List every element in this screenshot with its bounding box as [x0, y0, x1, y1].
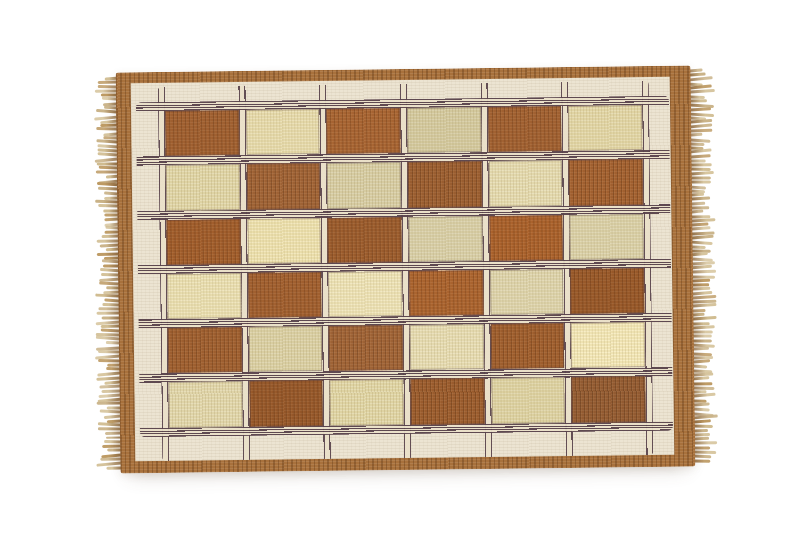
board-square: [167, 273, 241, 319]
fringe-strand: [98, 307, 120, 310]
fringe-strand: [690, 218, 715, 222]
board-square: [569, 159, 643, 205]
fringe-strand: [692, 335, 712, 338]
fringe-strand: [692, 365, 707, 369]
fringe-strand: [95, 200, 119, 203]
board-square: [410, 379, 484, 425]
board-square: [408, 216, 482, 262]
fringe-strand: [98, 152, 119, 156]
fringe-strand: [690, 159, 706, 162]
fringe-strand: [100, 458, 122, 461]
fringe-strand: [688, 68, 702, 72]
board-square: [410, 324, 484, 370]
fringe-strand: [691, 264, 712, 268]
product-photo: [0, 0, 800, 533]
board-square: [328, 271, 402, 317]
fringe-strand: [96, 139, 118, 143]
fringe-strand: [689, 123, 712, 128]
rug-field: [131, 77, 675, 462]
fringe-strand: [98, 422, 122, 426]
fringe-strand: [690, 227, 710, 231]
board-square: [329, 325, 403, 371]
fringe-strand: [692, 372, 713, 376]
fringe-strand: [692, 352, 712, 355]
fringe-strand: [692, 393, 715, 397]
board-square: [326, 108, 400, 154]
fringe-strand: [691, 309, 705, 312]
fringe-strand: [693, 419, 711, 423]
fringe-strand: [690, 181, 711, 184]
fringe-strand: [689, 129, 712, 132]
fringe-strand: [689, 149, 711, 154]
fringe-strand: [689, 95, 705, 98]
fringe-strand: [692, 376, 709, 380]
fringe-strand: [99, 281, 120, 285]
board-square: [248, 272, 322, 318]
board-square: [491, 378, 565, 424]
fringe-strand: [693, 408, 710, 412]
fringe-strand: [690, 197, 710, 201]
fringe-strand: [99, 409, 121, 413]
fringe-strand: [97, 252, 120, 255]
fringe-strand: [689, 76, 713, 81]
fringe-strand: [690, 163, 712, 166]
fringe-strand: [96, 162, 118, 165]
fringe-strand: [690, 154, 711, 158]
board-square: [248, 326, 322, 372]
board-square: [249, 381, 323, 427]
board-square: [328, 217, 402, 263]
board-square: [409, 270, 483, 316]
plaid-pattern: [136, 81, 674, 461]
fringe-strand: [691, 287, 710, 290]
fringe-strand: [692, 347, 709, 350]
fringe-strand: [693, 459, 710, 462]
board-square: [489, 215, 563, 261]
fringe-strand: [691, 270, 716, 273]
board-square: [168, 381, 242, 427]
fringe-strand: [98, 350, 121, 353]
fringe-strand: [692, 356, 713, 359]
fringe-strand: [95, 89, 118, 92]
fringe-strand: [693, 402, 710, 406]
fringe-strand: [96, 109, 118, 113]
fringe-strand: [97, 144, 119, 148]
fringe-strand: [693, 429, 708, 432]
fringe-strand: [691, 252, 708, 256]
fringe-strand: [692, 331, 713, 334]
fringe-strand: [691, 241, 713, 245]
fringe-strand: [692, 382, 712, 385]
fringe-strand: [97, 182, 119, 186]
board-square: [327, 162, 401, 208]
fringe-strand: [98, 204, 119, 207]
fringe-strand: [689, 73, 706, 77]
board-square: [488, 160, 562, 206]
checkerboard: [158, 96, 653, 437]
board-square: [572, 377, 646, 423]
fringe-strand: [692, 386, 714, 389]
board-square: [247, 218, 321, 264]
fringe-strand: [97, 376, 122, 380]
board-square: [246, 163, 320, 209]
fringe-strand: [692, 325, 715, 329]
board-square: [488, 106, 562, 152]
fringe-strand: [690, 206, 709, 209]
fringe-strand: [690, 201, 705, 204]
board-square: [166, 164, 240, 210]
fringe-strand: [96, 127, 118, 130]
board-square: [330, 380, 404, 426]
fringe-strand: [689, 89, 715, 93]
fringe-strand: [693, 437, 709, 440]
fringe-strand: [97, 148, 118, 152]
board-square: [166, 219, 240, 265]
fringe-strand: [691, 275, 715, 278]
fringe-strand: [95, 294, 120, 297]
board-square: [168, 327, 242, 373]
rug-border-band: [116, 66, 696, 474]
board-square: [165, 110, 239, 156]
board-square: [570, 268, 644, 314]
fringe-strand: [693, 451, 716, 454]
fringe-strand: [691, 245, 706, 248]
fringe-strand: [691, 295, 717, 299]
board-square: [571, 322, 645, 368]
fringe-strand: [692, 339, 712, 342]
fringe-strand: [96, 239, 119, 242]
board-square: [490, 323, 564, 369]
fringe-strand: [690, 171, 714, 175]
fringe-strand: [692, 322, 710, 325]
fringe-strand: [98, 359, 121, 362]
board-square: [246, 109, 320, 155]
fringe-strand: [98, 427, 122, 430]
fringe-strand: [691, 279, 710, 282]
fringe-strand: [693, 425, 713, 428]
board-square: [570, 214, 644, 260]
fringe-strand: [690, 185, 706, 189]
fringe-strand: [99, 385, 121, 389]
fringe-strand: [689, 138, 710, 142]
fringe-strand: [692, 316, 717, 320]
fringe-strand: [96, 171, 119, 174]
fringe-strand: [691, 291, 712, 295]
fringe-strand: [98, 187, 119, 190]
fringe-strand: [691, 303, 716, 307]
fringe-strand: [689, 107, 711, 111]
fringe-strand: [689, 142, 704, 145]
fringe-strand: [97, 402, 122, 405]
fringe-strand: [97, 312, 121, 315]
rug: [116, 66, 696, 474]
fringe-strand: [690, 177, 711, 180]
board-square: [407, 107, 481, 153]
fringe-strand: [96, 336, 121, 340]
fringe-strand: [690, 215, 710, 218]
fringe-strand: [689, 99, 707, 102]
fringe-strand: [691, 283, 709, 286]
board-square: [408, 161, 482, 207]
fringe-strand: [693, 446, 710, 449]
fringe-strand: [693, 442, 717, 445]
fringe-strand: [693, 433, 710, 436]
fringe-strand: [691, 235, 714, 239]
board-square: [568, 105, 642, 151]
fringe-strand: [692, 359, 710, 363]
board-square: [490, 269, 564, 315]
fringe-strand: [693, 455, 711, 458]
